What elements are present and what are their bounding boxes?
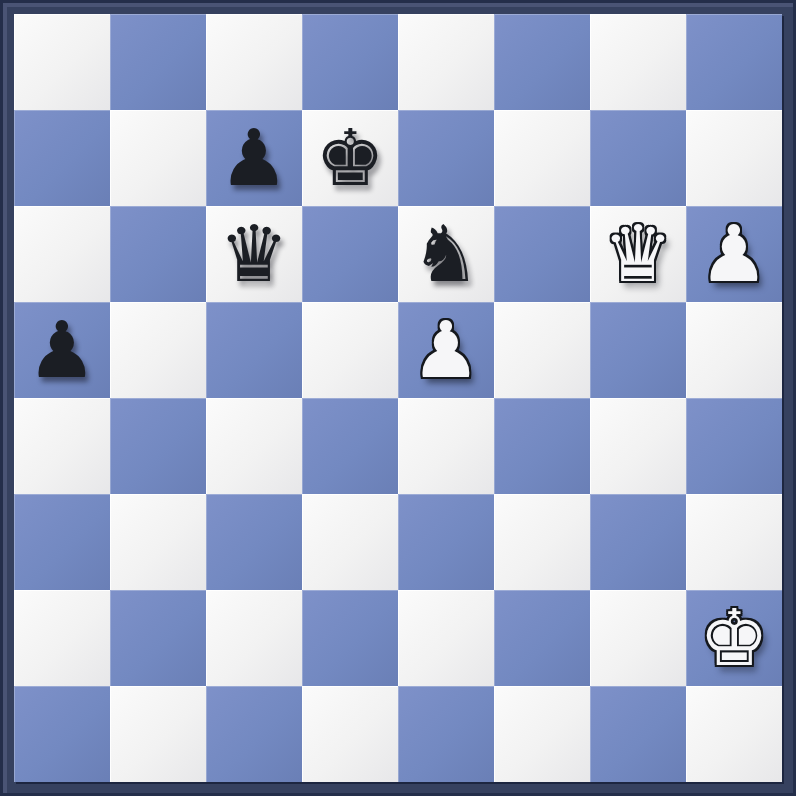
piece-black-king[interactable]: ♚ <box>315 110 385 206</box>
piece-white-pawn[interactable]: ♟ <box>699 206 769 302</box>
square-f1[interactable] <box>494 686 590 782</box>
square-g6[interactable]: ♛ <box>590 206 686 302</box>
square-h6[interactable]: ♟ <box>686 206 782 302</box>
square-d1[interactable] <box>302 686 398 782</box>
square-g3[interactable] <box>590 494 686 590</box>
square-b1[interactable] <box>110 686 206 782</box>
square-g8[interactable] <box>590 14 686 110</box>
square-b4[interactable] <box>110 398 206 494</box>
square-c6[interactable]: ♛ <box>206 206 302 302</box>
piece-black-pawn[interactable]: ♟ <box>219 110 289 206</box>
square-b3[interactable] <box>110 494 206 590</box>
square-h5[interactable] <box>686 302 782 398</box>
square-h4[interactable] <box>686 398 782 494</box>
piece-white-queen[interactable]: ♛ <box>603 206 673 302</box>
square-c3[interactable] <box>206 494 302 590</box>
square-c2[interactable] <box>206 590 302 686</box>
square-e7[interactable] <box>398 110 494 206</box>
piece-white-king[interactable]: ♚ <box>699 590 769 686</box>
square-h7[interactable] <box>686 110 782 206</box>
square-e6[interactable]: ♞ <box>398 206 494 302</box>
square-a7[interactable] <box>14 110 110 206</box>
square-a4[interactable] <box>14 398 110 494</box>
square-b8[interactable] <box>110 14 206 110</box>
square-f7[interactable] <box>494 110 590 206</box>
square-e1[interactable] <box>398 686 494 782</box>
square-c7[interactable]: ♟ <box>206 110 302 206</box>
piece-white-pawn[interactable]: ♟ <box>411 302 481 398</box>
square-g1[interactable] <box>590 686 686 782</box>
square-a5[interactable]: ♟ <box>14 302 110 398</box>
square-c5[interactable] <box>206 302 302 398</box>
square-f6[interactable] <box>494 206 590 302</box>
square-a6[interactable] <box>14 206 110 302</box>
square-e8[interactable] <box>398 14 494 110</box>
piece-black-queen[interactable]: ♛ <box>219 206 289 302</box>
square-f2[interactable] <box>494 590 590 686</box>
square-g5[interactable] <box>590 302 686 398</box>
square-e5[interactable]: ♟ <box>398 302 494 398</box>
square-e4[interactable] <box>398 398 494 494</box>
square-h3[interactable] <box>686 494 782 590</box>
square-a1[interactable] <box>14 686 110 782</box>
square-c8[interactable] <box>206 14 302 110</box>
square-d2[interactable] <box>302 590 398 686</box>
square-a2[interactable] <box>14 590 110 686</box>
square-g4[interactable] <box>590 398 686 494</box>
square-d3[interactable] <box>302 494 398 590</box>
square-d8[interactable] <box>302 14 398 110</box>
square-b5[interactable] <box>110 302 206 398</box>
square-f5[interactable] <box>494 302 590 398</box>
chess-board: ♟♚♛♞♛♟♟♟♚ <box>14 14 782 782</box>
square-d5[interactable] <box>302 302 398 398</box>
square-d4[interactable] <box>302 398 398 494</box>
square-f4[interactable] <box>494 398 590 494</box>
square-e2[interactable] <box>398 590 494 686</box>
piece-black-knight[interactable]: ♞ <box>411 206 481 302</box>
square-a8[interactable] <box>14 14 110 110</box>
board-frame: ♟♚♛♞♛♟♟♟♚ <box>0 0 796 796</box>
square-b7[interactable] <box>110 110 206 206</box>
square-g7[interactable] <box>590 110 686 206</box>
square-a3[interactable] <box>14 494 110 590</box>
square-c1[interactable] <box>206 686 302 782</box>
square-h1[interactable] <box>686 686 782 782</box>
square-h2[interactable]: ♚ <box>686 590 782 686</box>
square-f8[interactable] <box>494 14 590 110</box>
square-b2[interactable] <box>110 590 206 686</box>
square-c4[interactable] <box>206 398 302 494</box>
square-d6[interactable] <box>302 206 398 302</box>
square-b6[interactable] <box>110 206 206 302</box>
square-e3[interactable] <box>398 494 494 590</box>
square-d7[interactable]: ♚ <box>302 110 398 206</box>
square-f3[interactable] <box>494 494 590 590</box>
square-h8[interactable] <box>686 14 782 110</box>
piece-black-pawn[interactable]: ♟ <box>27 302 97 398</box>
square-g2[interactable] <box>590 590 686 686</box>
